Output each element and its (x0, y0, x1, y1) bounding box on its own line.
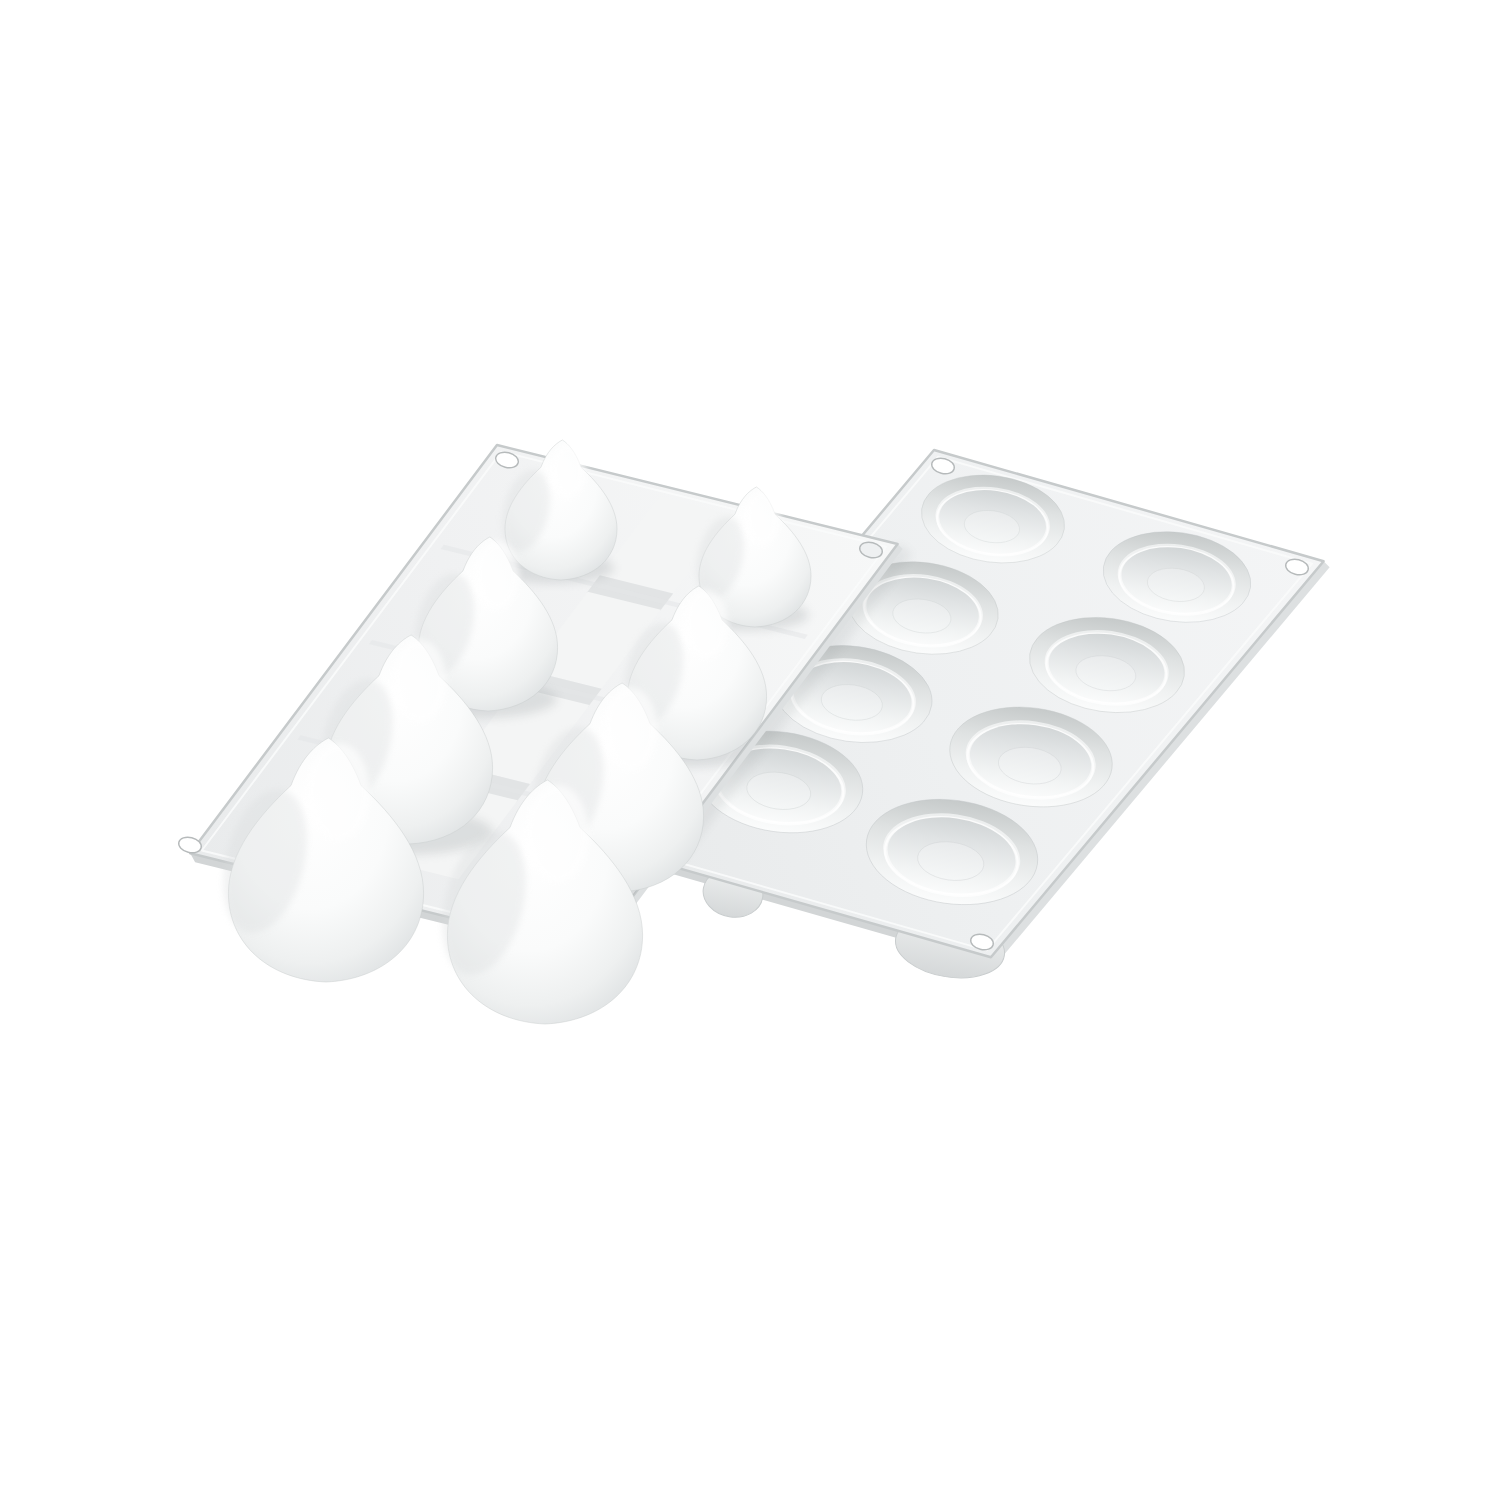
dome-highlight (683, 589, 728, 659)
dome-highlight (525, 785, 588, 883)
dome-highlight (474, 540, 519, 610)
dome-highlight (550, 443, 586, 499)
dome-highlight (603, 687, 657, 771)
product-photo (0, 0, 1500, 1500)
dome-highlight (392, 639, 446, 723)
dome-highlight (744, 490, 780, 546)
dome-highlight (306, 743, 369, 841)
product-image-canvas (0, 0, 1500, 1500)
